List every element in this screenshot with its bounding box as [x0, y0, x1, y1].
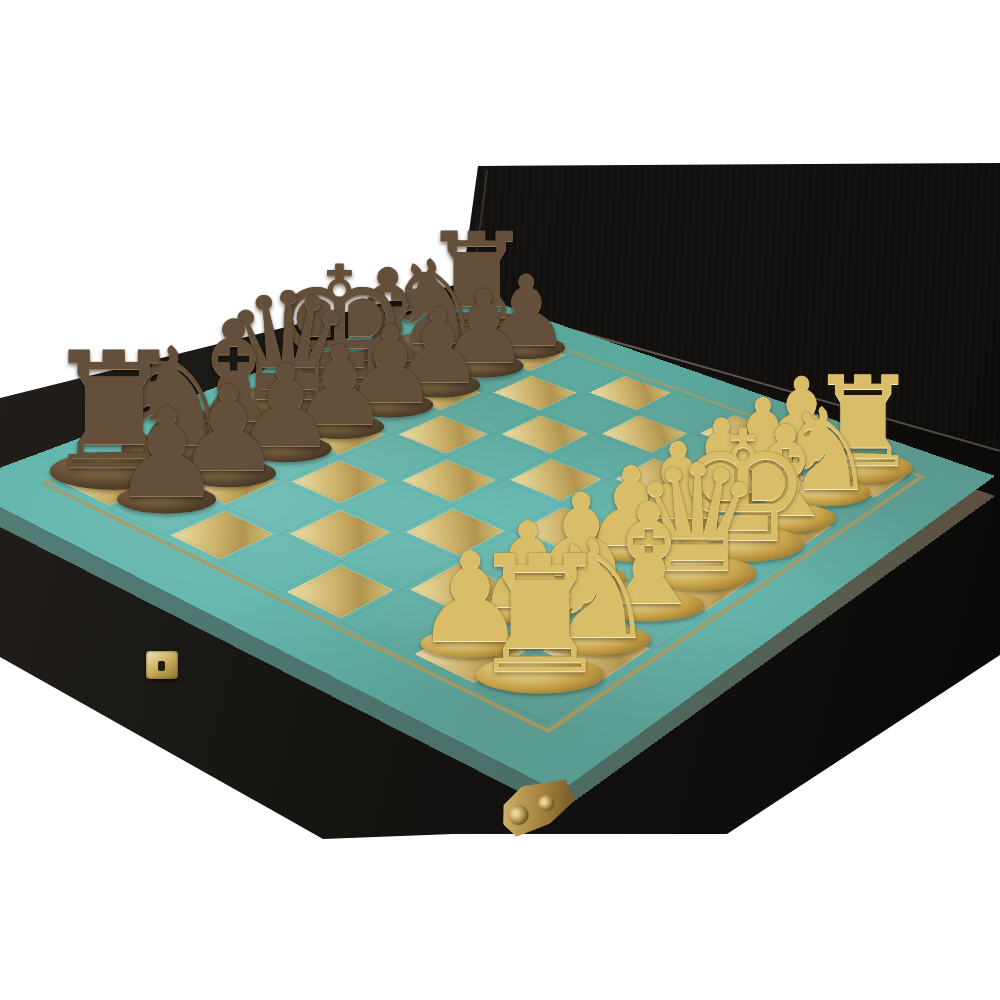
pawn-glyph: ♟ — [111, 392, 222, 516]
rook-glyph: ♜ — [467, 534, 612, 696]
pieces-layer: ♜♞♟♝♟♚♟♟♛♟♝♟♟♞♜♟♟♜♞♟♟♝♟♚♟♛♟♝♟♞♟♜ — [0, 0, 1000, 1000]
scene: ♜♞♟♝♟♚♟♟♛♟♝♟♟♞♜♟♟♜♞♟♟♝♟♚♟♛♟♝♟♞♟♜ — [0, 0, 1000, 1000]
piece-white-rook-a1[interactable]: ♜ — [467, 534, 612, 686]
piece-black-pawn-a7[interactable]: ♟ — [111, 392, 222, 508]
